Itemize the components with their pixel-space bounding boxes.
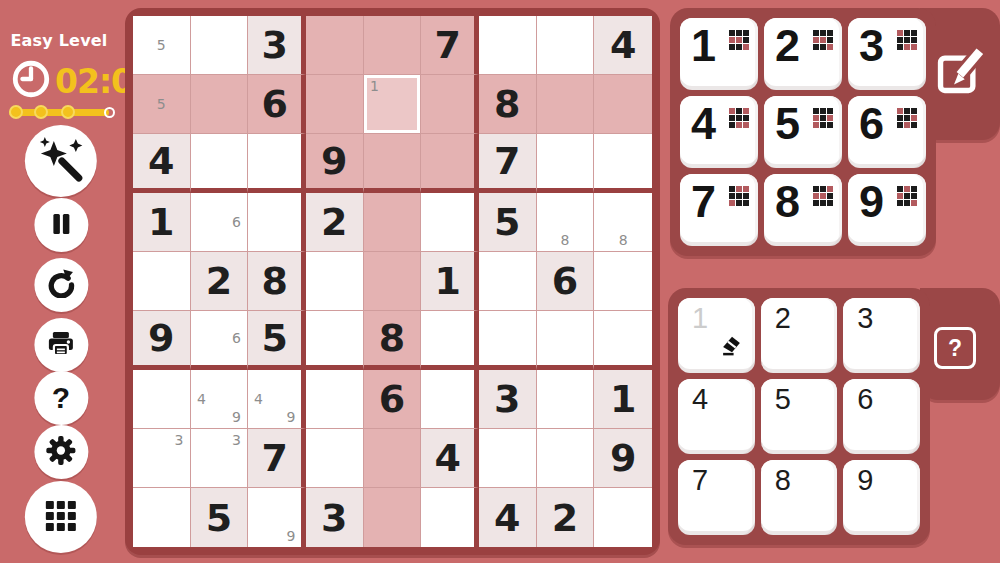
numpad-main: 123456789 [680,18,926,246]
cell-r9c1[interactable] [133,488,191,547]
note-digit-label: 1 [692,304,708,333]
note-digit: 6 [228,330,246,347]
cell-notes: 9 [250,490,299,545]
digit-button-2[interactable]: 2 [764,18,842,90]
note-digit-button-2[interactable]: 2 [761,298,838,373]
cell-r5c6[interactable]: 1 [421,252,479,311]
cell-notes: 8 [539,195,592,249]
cell-r9c5[interactable] [364,488,422,547]
note-digit: 4 [193,390,211,408]
note-digit: 8 [614,231,632,249]
cell-value: 9 [610,439,636,477]
cell-r2c4[interactable] [306,75,364,134]
cell-r3c2[interactable] [191,134,249,193]
cell-r7c6[interactable] [421,370,479,429]
cell-r6c8[interactable] [537,311,595,370]
note-digit-button-5[interactable]: 5 [761,379,838,454]
cell-notes: 3 [193,431,246,485]
digit-label: 4 [691,101,716,146]
cell-r1c9[interactable]: 4 [594,16,652,75]
cell-r6c9[interactable] [594,311,652,370]
digit-button-1[interactable]: 1 [680,18,758,90]
cell-r8c6[interactable]: 4 [421,429,479,488]
settings-button[interactable] [34,425,88,479]
note-digit: 4 [250,390,266,408]
cell-notes: 1 [366,77,419,131]
note-digit-label: 9 [857,466,873,495]
progress-end-ring [104,107,115,118]
cell-r1c3[interactable]: 3 [248,16,306,75]
digit-label: 3 [859,23,884,68]
cell-r4c2[interactable]: 6 [191,193,249,252]
cell-value: 4 [434,439,460,477]
cell-value: 2 [552,499,578,537]
cell-r2c8[interactable] [537,75,595,134]
menu-button[interactable] [24,481,96,553]
cell-r2c1[interactable]: 5 [133,75,191,134]
cell-notes: 6 [193,195,246,249]
cell-r2c9[interactable] [594,75,652,134]
note-digit-button-4[interactable]: 4 [678,379,755,454]
level-label: Easy Level [0,31,118,50]
edit-icon [933,86,989,101]
candidates-help-button[interactable]: ? [934,327,976,369]
note-digit: 3 [228,431,246,449]
cell-notes: 3 [135,431,188,485]
cell-r4c4[interactable]: 2 [306,193,364,252]
cell-r5c3[interactable]: 8 [248,252,306,311]
digit-progress-minigrid [729,108,749,128]
printer-icon [46,331,75,360]
cell-r9c7[interactable]: 4 [479,488,537,547]
cell-r8c2[interactable]: 3 [191,429,249,488]
cell-value: 8 [379,319,405,357]
digit-progress-minigrid [897,186,917,206]
cell-value: 6 [261,85,287,123]
cell-r8c9[interactable]: 9 [594,429,652,488]
progress-dot [61,105,75,119]
sudoku-board: 5374561849716258828169658494963133749593… [133,16,652,547]
digit-label: 5 [775,101,800,146]
cell-r3c6[interactable] [421,134,479,193]
note-digit: 1 [366,77,384,95]
cell-value: 9 [148,319,174,357]
cell-r1c8[interactable] [537,16,595,75]
note-digit-label: 4 [692,385,708,414]
sudoku-app: Easy Level 02:00 [0,0,1000,563]
note-digit-label: 8 [775,466,791,495]
note-digit-button-8[interactable]: 8 [761,460,838,535]
cell-value: 5 [261,319,287,357]
digit-label: 2 [775,23,800,68]
magic-wand-icon [37,137,83,186]
cell-r3c3[interactable] [248,134,306,193]
note-digit-label: 5 [775,385,791,414]
cell-r1c4[interactable] [306,16,364,75]
cell-r3c1[interactable]: 4 [133,134,191,193]
cell-r5c1[interactable] [133,252,191,311]
cell-r3c4[interactable]: 9 [306,134,364,193]
note-digit: 9 [228,408,246,426]
cell-value: 7 [494,142,520,180]
cell-notes: 49 [193,372,246,426]
note-digit-button-7[interactable]: 7 [678,460,755,535]
numpad-notes: 123456789 [678,298,920,535]
cell-r4c7[interactable]: 5 [479,193,537,252]
cell-r6c4[interactable] [306,311,364,370]
note-digit-button-1[interactable]: 1 [678,298,755,373]
note-digit-label: 2 [775,304,791,333]
note-digit: 9 [283,527,299,545]
restart-icon [46,269,75,301]
cell-r4c9[interactable]: 8 [594,193,652,252]
cell-r5c8[interactable]: 6 [537,252,595,311]
cell-r6c6[interactable] [421,311,479,370]
cell-r8c1[interactable]: 3 [133,429,191,488]
help-button[interactable]: ? [34,371,88,425]
note-digit-button-6[interactable]: 6 [843,379,920,454]
cell-value: 9 [321,142,347,180]
digit-progress-minigrid [729,30,749,50]
cell-value: 4 [148,142,174,180]
cell-value: 2 [321,203,347,241]
cell-r6c3[interactable]: 5 [248,311,306,370]
cell-value: 6 [552,262,578,300]
cell-notes: 8 [596,195,650,249]
cell-r1c7[interactable] [479,16,537,75]
cell-r4c8[interactable]: 8 [537,193,595,252]
cell-r4c5[interactable] [364,193,422,252]
cell-r3c8[interactable] [537,134,595,193]
cell-value: 7 [434,26,460,64]
digit-button-8[interactable]: 8 [764,174,842,246]
note-digit-button-3[interactable]: 3 [843,298,920,373]
cell-r2c3[interactable]: 6 [248,75,306,134]
question-icon: ? [52,381,70,415]
digit-label: 6 [859,101,884,146]
cell-r7c5[interactable]: 6 [364,370,422,429]
cell-r1c2[interactable] [191,16,249,75]
cell-r8c8[interactable] [537,429,595,488]
note-digit-button-9[interactable]: 9 [843,460,920,535]
cell-value: 5 [206,499,232,537]
cell-r5c7[interactable] [479,252,537,311]
note-digit: 3 [170,431,188,449]
digit-label: 7 [691,179,716,224]
cell-r9c8[interactable]: 2 [537,488,595,547]
board-frame: 5374561849716258828169658494963133749593… [125,8,660,555]
cell-r7c4[interactable] [306,370,364,429]
cell-value: 2 [206,262,232,300]
cell-r1c5[interactable] [364,16,422,75]
digit-progress-minigrid [897,30,917,50]
note-digit: 6 [228,213,246,231]
digit-progress-minigrid [813,108,833,128]
note-digit: 8 [556,231,574,249]
note-digit-label: 7 [692,466,708,495]
sidebar: Easy Level 02:00 [0,0,125,563]
note-digit-label: 3 [857,304,873,333]
cell-r6c2[interactable]: 6 [191,311,249,370]
note-digit: 9 [283,408,299,426]
cell-value: 6 [379,380,405,418]
cell-r7c9[interactable]: 1 [594,370,652,429]
cell-r2c5[interactable]: 1 [364,75,422,134]
cell-r2c2[interactable] [191,75,249,134]
cell-value: 5 [494,203,520,241]
progress-dot [9,105,23,119]
cell-value: 4 [494,499,520,537]
cell-value: 3 [321,499,347,537]
cell-r3c7[interactable]: 7 [479,134,537,193]
cell-r6c5[interactable]: 8 [364,311,422,370]
digit-button-9[interactable]: 9 [848,174,926,246]
cell-r7c2[interactable]: 49 [191,370,249,429]
progress-dot [34,105,48,119]
cell-r9c9[interactable] [594,488,652,547]
digit-progress-minigrid [813,30,833,50]
cell-notes: 49 [250,372,299,426]
cell-r3c9[interactable] [594,134,652,193]
cell-r1c6[interactable]: 7 [421,16,479,75]
cell-r2c7[interactable]: 8 [479,75,537,134]
cell-notes: 5 [135,77,188,131]
cell-value: 3 [494,380,520,418]
digit-label: 1 [691,23,716,68]
cell-r7c3[interactable]: 49 [248,370,306,429]
cell-r9c3[interactable]: 9 [248,488,306,547]
cell-r8c5[interactable] [364,429,422,488]
cell-notes: 6 [193,313,246,363]
cell-r8c4[interactable] [306,429,364,488]
cell-r4c6[interactable] [421,193,479,252]
restart-button[interactable] [34,258,88,312]
hint-button[interactable] [24,125,96,197]
cell-value: 1 [610,380,636,418]
cell-r5c2[interactable]: 2 [191,252,249,311]
cell-r9c6[interactable] [421,488,479,547]
cell-r2c6[interactable] [421,75,479,134]
gear-icon [45,435,76,469]
cell-r4c1[interactable]: 1 [133,193,191,252]
digit-button-5[interactable]: 5 [764,96,842,168]
digit-label: 9 [859,179,884,224]
cell-r3c5[interactable] [364,134,422,193]
pause-button[interactable] [34,198,88,252]
clock-icon [10,58,52,104]
cell-value: 4 [610,26,636,64]
digit-label: 8 [775,179,800,224]
cell-r7c8[interactable] [537,370,595,429]
digit-button-3[interactable]: 3 [848,18,926,90]
cell-r5c5[interactable] [364,252,422,311]
digit-progress-minigrid [729,186,749,206]
cell-r7c7[interactable]: 3 [479,370,537,429]
pause-icon [49,212,73,239]
digit-button-4[interactable]: 4 [680,96,758,168]
digit-progress-minigrid [813,186,833,206]
cell-value: 1 [434,262,460,300]
cell-value: 7 [261,439,287,477]
cell-r4c3[interactable] [248,193,306,252]
cell-r5c9[interactable] [594,252,652,311]
cell-r6c1[interactable]: 9 [133,311,191,370]
digit-button-6[interactable]: 6 [848,96,926,168]
note-digit: 5 [153,95,171,113]
cell-r8c3[interactable]: 7 [248,429,306,488]
note-digit: 5 [153,36,171,54]
cell-value: 1 [148,203,174,241]
grid-icon [44,500,76,535]
notes-mode-button[interactable] [932,42,990,100]
cell-value: 8 [494,85,520,123]
cell-r6c7[interactable] [479,311,537,370]
cell-r7c1[interactable] [133,370,191,429]
cell-value: 8 [261,262,287,300]
note-digit-label: 6 [857,385,873,414]
eraser-icon [720,333,743,359]
cell-r5c4[interactable] [306,252,364,311]
progress-track [9,109,109,116]
cell-value: 3 [261,26,287,64]
digit-progress-minigrid [897,108,917,128]
cell-r9c2[interactable]: 5 [191,488,249,547]
print-button[interactable] [34,318,88,372]
cell-r1c1[interactable]: 5 [133,16,191,75]
cell-notes: 5 [135,18,188,72]
cell-r8c7[interactable] [479,429,537,488]
cell-r9c4[interactable]: 3 [306,488,364,547]
timer-progress-bar [7,105,115,119]
digit-button-7[interactable]: 7 [680,174,758,246]
